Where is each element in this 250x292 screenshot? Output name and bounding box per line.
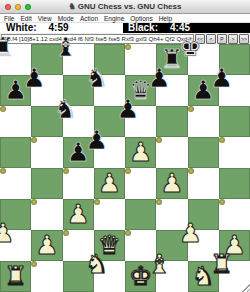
- square-f6[interactable]: [156, 106, 187, 137]
- square-h6[interactable]: [219, 106, 250, 137]
- white-rook: ♜: [210, 249, 233, 280]
- menu-action[interactable]: Action: [80, 14, 98, 23]
- white-pawn: ♟: [160, 168, 183, 199]
- black-pawn: ♟: [116, 94, 139, 125]
- square-g8[interactable]: ♚: [188, 44, 194, 50]
- square-g4[interactable]: [188, 168, 194, 174]
- nav-back-button[interactable]: <: [206, 34, 216, 44]
- window-title-wrap: ♞GNU Chess vs. GNU Chess: [0, 0, 250, 14]
- white-rook: ♜: [4, 261, 27, 292]
- square-f7[interactable]: ♟: [156, 75, 162, 81]
- square-e8[interactable]: [125, 44, 131, 50]
- square-a6[interactable]: [0, 106, 6, 112]
- menu-bar: File Edit View Mode Action Engine Option…: [0, 14, 250, 23]
- nav-forward-button[interactable]: >: [228, 34, 238, 44]
- square-e2[interactable]: [125, 230, 131, 236]
- square-f1[interactable]: ♝: [156, 261, 162, 267]
- white-pawn: ♟: [129, 137, 152, 168]
- black-pawn: ♟: [210, 63, 233, 94]
- square-d1[interactable]: ♞: [94, 261, 100, 267]
- square-a4[interactable]: [0, 168, 6, 174]
- nav-end-button[interactable]: >>: [239, 34, 249, 44]
- app-icon: ♞: [69, 2, 76, 11]
- square-a5[interactable]: [0, 137, 31, 168]
- square-d5[interactable]: ♟: [94, 137, 100, 143]
- title-bar[interactable]: ♞GNU Chess vs. GNU Chess: [0, 0, 250, 14]
- black-bishop: ♝: [54, 32, 77, 63]
- square-a2[interactable]: ♟: [0, 230, 6, 236]
- square-h1[interactable]: ♜: [219, 261, 225, 267]
- square-e3[interactable]: [125, 199, 156, 230]
- square-h7[interactable]: ♟: [219, 75, 225, 81]
- square-a8[interactable]: ♜: [0, 44, 6, 50]
- black-king: ♚: [179, 32, 202, 63]
- square-a1[interactable]: ♜: [0, 261, 31, 292]
- white-pawn: ♟: [0, 218, 15, 249]
- square-e6[interactable]: ♟: [125, 106, 131, 112]
- gnu-chess-window: ♞GNU Chess vs. GNU Chess File Edit View …: [0, 0, 250, 292]
- square-b5[interactable]: [31, 137, 37, 143]
- white-knight: ♞: [85, 249, 108, 280]
- engine-output-field[interactable]: 10.f4 [10]8+1.12 cxd4 cxd4 f6 Nf3 fxe5 f…: [1, 34, 194, 44]
- black-rook: ♜: [0, 32, 15, 63]
- white-pawn: ♟: [179, 218, 202, 249]
- square-b1[interactable]: [31, 261, 37, 267]
- black-knight: ♞: [54, 94, 77, 125]
- square-f4[interactable]: ♟: [156, 168, 187, 199]
- square-b2[interactable]: ♟: [31, 230, 62, 261]
- square-e4[interactable]: [125, 168, 131, 174]
- chess-board: ♜♝♜♚♟♟♞♛♟♟♟♞♟♟♟♟♟♟♟♟♟♛♟♟♜♞♚♝♞♜: [0, 44, 250, 292]
- engine-row: 10.f4 [10]8+1.12 cxd4 cxd4 f6 Nf3 fxe5 f…: [0, 33, 250, 44]
- white-bishop: ♝: [148, 249, 171, 280]
- square-c4[interactable]: [63, 168, 69, 174]
- square-g6[interactable]: [188, 106, 194, 112]
- square-c6[interactable]: ♞: [63, 106, 69, 112]
- square-c3[interactable]: ♟: [63, 199, 94, 230]
- clock-row: White: 4:59 Black: 4:45: [0, 23, 250, 33]
- square-d7[interactable]: ♞: [94, 75, 100, 81]
- black-pawn: ♟: [148, 63, 171, 94]
- square-b3[interactable]: [31, 199, 37, 205]
- square-g5[interactable]: [188, 137, 219, 168]
- square-h3[interactable]: [219, 199, 225, 205]
- white-pawn: ♟: [35, 230, 58, 261]
- black-pawn: ♟: [85, 125, 108, 156]
- black-clock-label: Black:: [128, 23, 158, 33]
- square-d3[interactable]: [94, 199, 100, 205]
- square-h4[interactable]: [219, 168, 250, 199]
- nav-pause-button[interactable]: P: [217, 34, 227, 44]
- square-d4[interactable]: ♟: [94, 168, 125, 199]
- square-b7[interactable]: ♟: [31, 75, 37, 81]
- white-pawn: ♟: [66, 199, 89, 230]
- white-pawn: ♟: [98, 168, 121, 199]
- black-knight: ♞: [85, 63, 108, 94]
- square-f5[interactable]: [156, 137, 162, 143]
- square-b4[interactable]: [31, 168, 62, 199]
- black-pawn: ♟: [23, 63, 46, 94]
- menu-engine[interactable]: Engine: [104, 14, 124, 23]
- square-h5[interactable]: [219, 137, 225, 143]
- square-g2[interactable]: ♟: [188, 230, 194, 236]
- square-f3[interactable]: [156, 199, 162, 205]
- window-title: GNU Chess vs. GNU Chess: [78, 2, 182, 11]
- square-e5[interactable]: ♟: [125, 137, 156, 168]
- square-c8[interactable]: ♝: [63, 44, 69, 50]
- square-c2[interactable]: [63, 230, 69, 236]
